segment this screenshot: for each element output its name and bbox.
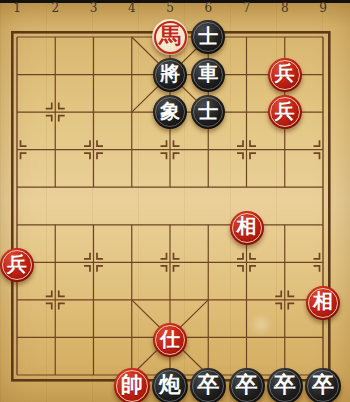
piece-red-elephant[interactable]: 相 (230, 211, 264, 245)
piece-character: 相 (313, 288, 333, 315)
piece-character: 兵 (275, 60, 295, 87)
piece-character: 將 (160, 60, 180, 87)
piece-character: 士 (198, 98, 218, 125)
piece-red-horse[interactable]: 馬 (152, 19, 188, 55)
file-label-8: 8 (275, 1, 295, 16)
piece-black-elephant[interactable]: 象 (153, 95, 187, 129)
piece-black-cannon[interactable]: 炮 (152, 368, 188, 402)
file-label-4: 4 (122, 1, 142, 16)
piece-black-advisor[interactable]: 士 (191, 20, 225, 54)
file-label-7: 7 (237, 1, 257, 16)
piece-red-soldier[interactable]: 兵 (268, 95, 302, 129)
piece-red-elephant[interactable]: 相 (306, 286, 340, 320)
file-label-5: 5 (160, 1, 180, 16)
piece-character: 卒 (236, 370, 258, 400)
piece-red-soldier[interactable]: 兵 (268, 58, 302, 92)
piece-black-general[interactable]: 將 (153, 58, 187, 92)
piece-character: 炮 (159, 370, 181, 400)
xiangqi-board: 123456789 馬士將車兵象士兵相兵相仕帥炮卒卒卒卒 (0, 0, 350, 402)
piece-black-soldier[interactable]: 卒 (267, 368, 303, 402)
piece-character: 象 (160, 98, 180, 125)
piece-character: 相 (237, 213, 257, 240)
piece-black-soldier[interactable]: 卒 (190, 368, 226, 402)
piece-character: 車 (198, 60, 218, 87)
piece-character: 兵 (7, 251, 27, 278)
piece-character: 兵 (275, 98, 295, 125)
piece-character: 仕 (160, 326, 180, 353)
file-label-9: 9 (313, 1, 333, 16)
file-label-3: 3 (84, 1, 104, 16)
piece-black-soldier[interactable]: 卒 (305, 368, 341, 402)
piece-black-soldier[interactable]: 卒 (229, 368, 265, 402)
piece-character: 卒 (274, 370, 296, 400)
piece-character: 帥 (121, 370, 143, 400)
piece-character: 卒 (197, 370, 219, 400)
file-label-2: 2 (45, 1, 65, 16)
piece-character: 士 (198, 23, 218, 50)
piece-red-general[interactable]: 帥 (114, 368, 150, 402)
piece-black-chariot[interactable]: 車 (191, 58, 225, 92)
piece-character: 馬 (159, 21, 181, 51)
piece-character: 卒 (312, 370, 334, 400)
file-label-6: 6 (198, 1, 218, 16)
file-label-1: 1 (7, 1, 27, 16)
